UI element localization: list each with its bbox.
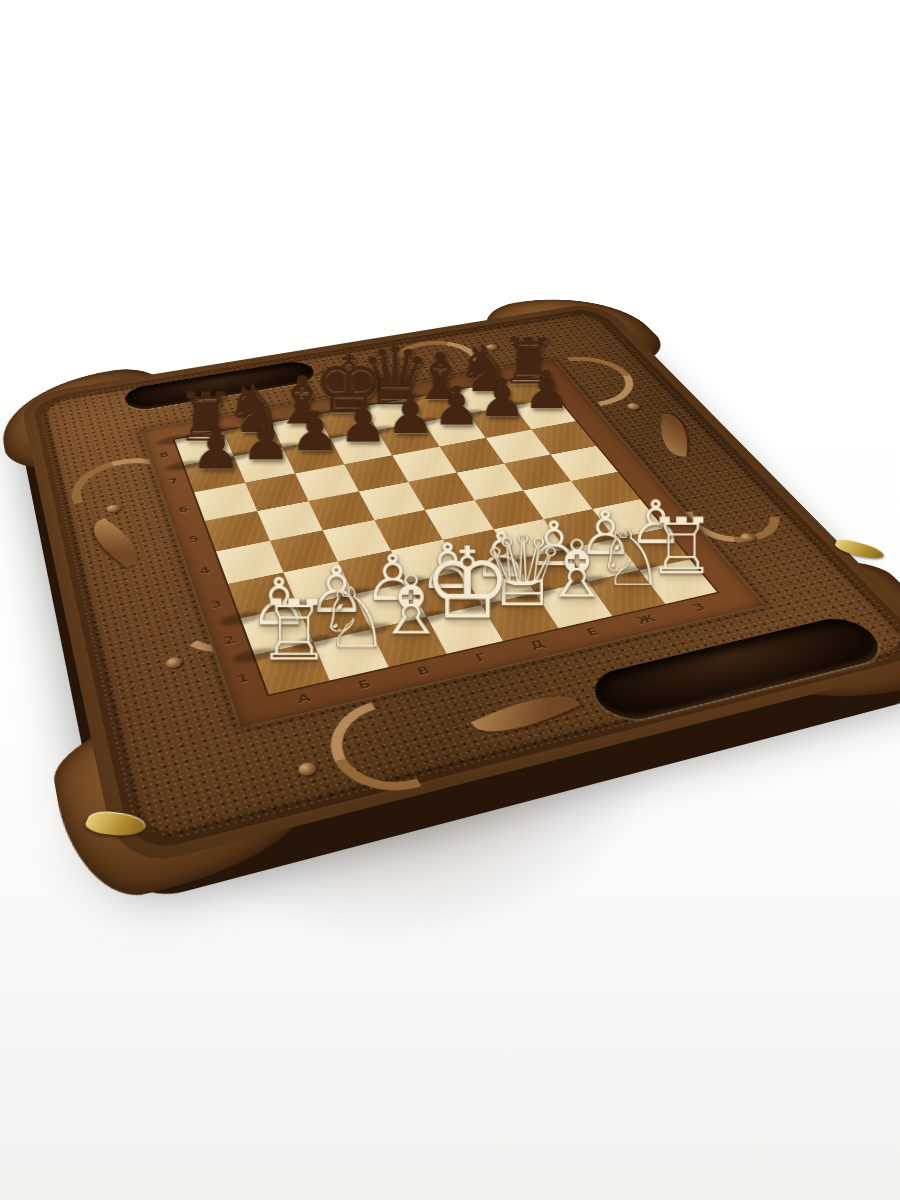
leaf-ornament [78, 518, 153, 568]
leaf-ornament [471, 684, 581, 745]
carved-chess-case: 87654321 АБВГДЕЖЗ ♜♞♝♚♛♝♞♜♟♟♟♟♟♟♟♟♙♙♙♙♙♙… [19, 301, 900, 871]
carved-dot [296, 761, 318, 777]
carved-dot [106, 503, 122, 513]
piece-white-rook: ♖ [241, 588, 346, 672]
carved-dot [738, 532, 758, 543]
product-photo: 87654321 АБВГДЕЖЗ ♜♞♝♚♛♝♞♜♟♟♟♟♟♟♟♟♙♙♙♙♙♙… [0, 0, 900, 1200]
carved-dot [165, 656, 184, 670]
square-a1: ♖ [254, 642, 329, 694]
scene: 87654321 АБВГДЕЖЗ ♜♞♝♚♛♝♞♜♟♟♟♟♟♟♟♟♙♙♙♙♙♙… [0, 0, 900, 1200]
